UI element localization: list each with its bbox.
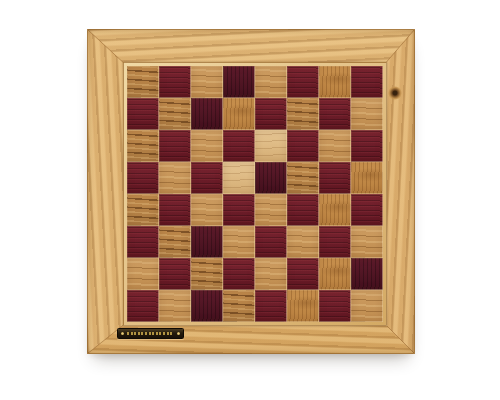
square-g1 xyxy=(319,290,351,322)
square-c1 xyxy=(191,290,223,322)
board-squares xyxy=(127,66,383,322)
square-h2 xyxy=(351,258,383,290)
square-d5 xyxy=(223,162,255,194)
square-e3 xyxy=(255,226,287,258)
square-c8 xyxy=(191,66,223,98)
square-g3 xyxy=(319,226,351,258)
square-e5 xyxy=(255,162,287,194)
square-f1 xyxy=(287,290,319,322)
wood-knot xyxy=(388,86,402,100)
square-h3 xyxy=(351,226,383,258)
square-e6 xyxy=(255,130,287,162)
square-a1 xyxy=(127,290,159,322)
chess-board xyxy=(87,29,415,354)
square-h4 xyxy=(351,194,383,226)
square-e8 xyxy=(255,66,287,98)
square-c4 xyxy=(191,194,223,226)
square-a6 xyxy=(127,130,159,162)
square-f5 xyxy=(287,162,319,194)
square-b8 xyxy=(159,66,191,98)
square-c5 xyxy=(191,162,223,194)
square-d7 xyxy=(223,98,255,130)
square-h8 xyxy=(351,66,383,98)
square-d3 xyxy=(223,226,255,258)
square-g5 xyxy=(319,162,351,194)
square-b1 xyxy=(159,290,191,322)
square-h5 xyxy=(351,162,383,194)
square-a8 xyxy=(127,66,159,98)
square-c2 xyxy=(191,258,223,290)
plaque-screw-icon xyxy=(177,332,180,335)
square-d6 xyxy=(223,130,255,162)
plaque-engraving xyxy=(127,332,174,335)
square-a7 xyxy=(127,98,159,130)
square-a4 xyxy=(127,194,159,226)
square-b2 xyxy=(159,258,191,290)
brand-nameplate xyxy=(117,328,184,339)
square-h6 xyxy=(351,130,383,162)
square-h1 xyxy=(351,290,383,322)
square-f6 xyxy=(287,130,319,162)
square-b4 xyxy=(159,194,191,226)
square-f3 xyxy=(287,226,319,258)
square-b3 xyxy=(159,226,191,258)
square-e1 xyxy=(255,290,287,322)
square-g8 xyxy=(319,66,351,98)
square-g2 xyxy=(319,258,351,290)
square-b5 xyxy=(159,162,191,194)
square-a2 xyxy=(127,258,159,290)
square-f8 xyxy=(287,66,319,98)
square-f2 xyxy=(287,258,319,290)
square-g4 xyxy=(319,194,351,226)
square-e2 xyxy=(255,258,287,290)
square-c3 xyxy=(191,226,223,258)
square-f4 xyxy=(287,194,319,226)
square-c7 xyxy=(191,98,223,130)
square-a5 xyxy=(127,162,159,194)
square-d8 xyxy=(223,66,255,98)
square-d4 xyxy=(223,194,255,226)
square-e7 xyxy=(255,98,287,130)
square-f7 xyxy=(287,98,319,130)
square-e4 xyxy=(255,194,287,226)
square-g7 xyxy=(319,98,351,130)
square-b7 xyxy=(159,98,191,130)
square-g6 xyxy=(319,130,351,162)
plaque-screw-icon xyxy=(121,332,124,335)
square-b6 xyxy=(159,130,191,162)
square-d2 xyxy=(223,258,255,290)
square-h7 xyxy=(351,98,383,130)
square-a3 xyxy=(127,226,159,258)
square-d1 xyxy=(223,290,255,322)
square-c6 xyxy=(191,130,223,162)
product-photo xyxy=(0,0,500,400)
